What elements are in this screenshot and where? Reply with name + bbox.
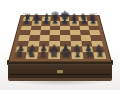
blue-army-rook: ♜: [23, 13, 32, 21]
case-base: [8, 78, 112, 81]
square-c4: [39, 35, 50, 40]
square-h4: [90, 35, 101, 40]
scene: ♜♞♝♛♚♝♞♜♟♟♟♟♟♟♟♟♟♟♟♟♟♟♟♟♜♞♝♛♚♝♞♜: [0, 0, 120, 90]
red-flag-icon: [23, 11, 25, 13]
blue-army-bishop: ♝: [41, 12, 50, 21]
square-d4: [50, 35, 60, 40]
blue-army-king: ♚: [60, 10, 69, 21]
gray-army-king: ♚: [60, 45, 72, 59]
square-d1: ♛: [48, 52, 60, 59]
gray-army-queen: ♛: [48, 46, 60, 59]
square-e1: ♚: [60, 52, 72, 59]
blue-army-queen: ♛: [51, 11, 60, 21]
board-grid: ♜♞♝♛♚♝♞♜♟♟♟♟♟♟♟♟♟♟♟♟♟♟♟♟♜♞♝♛♚♝♞♜: [14, 17, 107, 59]
square-e4: [60, 35, 70, 40]
square-h1: ♜: [94, 52, 107, 59]
chess-board: ♜♞♝♛♚♝♞♜♟♟♟♟♟♟♟♟♟♟♟♟♟♟♟♟♜♞♝♛♚♝♞♜: [8, 15, 112, 62]
square-c1: ♝: [37, 52, 49, 59]
square-f4: [70, 35, 81, 40]
square-b4: [29, 35, 40, 40]
blue-army-rook: ♜: [88, 13, 97, 21]
square-f1: ♝: [71, 52, 83, 59]
square-b1: ♞: [25, 52, 37, 59]
blue-army-knight: ♞: [32, 12, 41, 21]
red-flag-icon: [95, 11, 97, 13]
brass-latch: [57, 70, 63, 74]
